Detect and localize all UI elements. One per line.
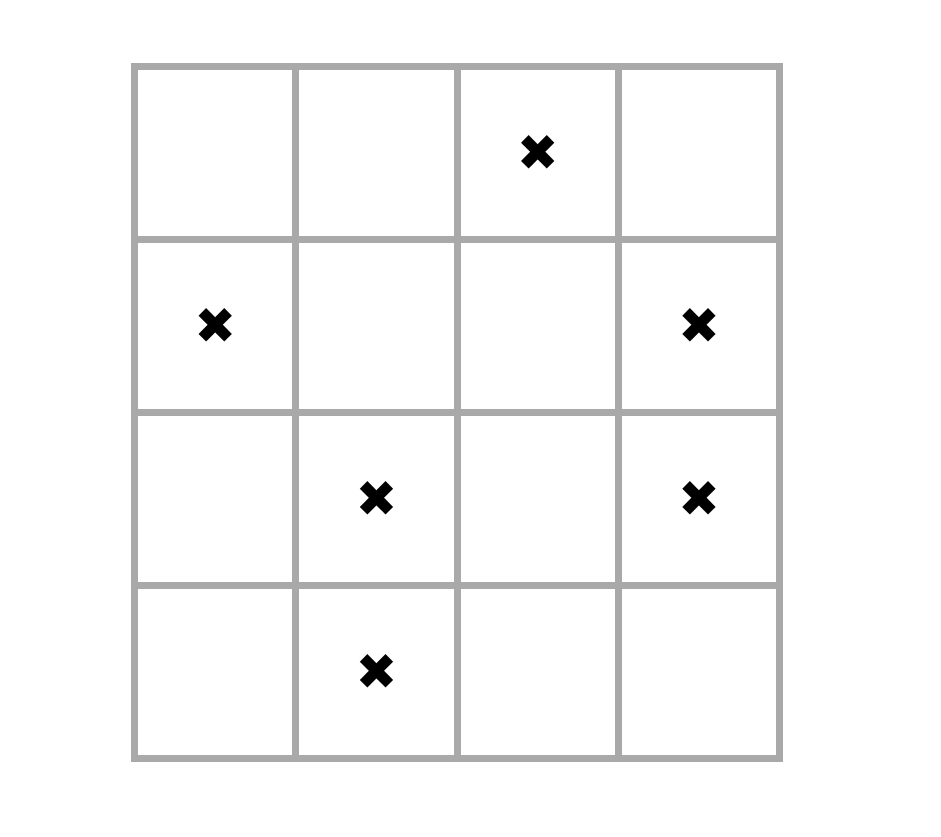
puzzle-board: ✖ ✖ ✖ ✖ ✖ ✖ bbox=[131, 63, 783, 762]
cell-r3c2[interactable]: ✖ bbox=[299, 416, 453, 582]
cell-r2c2[interactable] bbox=[299, 243, 453, 409]
cell-r4c1[interactable] bbox=[138, 589, 292, 755]
cell-r4c3[interactable] bbox=[461, 589, 615, 755]
cell-r1c4[interactable] bbox=[622, 70, 776, 236]
cell-r3c3[interactable] bbox=[461, 416, 615, 582]
cell-r3c4[interactable]: ✖ bbox=[622, 416, 776, 582]
page-background: ✖ ✖ ✖ ✖ ✖ ✖ bbox=[0, 0, 941, 837]
cell-r2c1[interactable]: ✖ bbox=[138, 243, 292, 409]
cell-r2c4[interactable]: ✖ bbox=[622, 243, 776, 409]
cell-r3c1[interactable] bbox=[138, 416, 292, 582]
cell-r2c3[interactable] bbox=[461, 243, 615, 409]
cell-r1c2[interactable] bbox=[299, 70, 453, 236]
cell-r1c3[interactable]: ✖ bbox=[461, 70, 615, 236]
cell-r1c1[interactable] bbox=[138, 70, 292, 236]
cell-r4c2[interactable]: ✖ bbox=[299, 589, 453, 755]
cell-r4c4[interactable] bbox=[622, 589, 776, 755]
